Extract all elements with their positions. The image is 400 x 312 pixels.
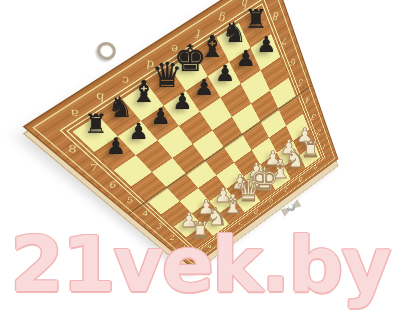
file-label: e [266, 197, 276, 205]
rank-label: 3 [153, 222, 165, 231]
metal-clasp-ball [288, 204, 295, 211]
rank-label: 6 [287, 55, 300, 69]
file-label: d [142, 55, 159, 72]
chess-board: 8877665544332211hhggffeeddccbbaa [23, 0, 339, 268]
file-label: f [281, 186, 291, 194]
hinge-ring-icon [95, 40, 119, 63]
rank-label: 4 [139, 210, 152, 219]
file-label: d [251, 208, 261, 216]
rank-label: 1 [178, 244, 189, 252]
rank-label: 7 [86, 162, 102, 174]
rank-label: 5 [123, 196, 137, 206]
file-label: e [166, 39, 182, 57]
rank-label: 7 [278, 32, 291, 48]
rank-label: 8 [64, 143, 81, 157]
file-label: g [214, 8, 230, 27]
rank-label: 1 [319, 141, 329, 150]
file-label: c [235, 219, 245, 227]
file-label: a [204, 242, 215, 250]
chess-set-photo: 8877665544332211hhggffeeddccbbaa ♜♞♝♛♚♝♞… [0, 0, 400, 312]
file-label: b [220, 231, 231, 239]
rank-label: 4 [302, 94, 314, 106]
rank-label: 2 [166, 234, 178, 243]
file-label: c [117, 72, 134, 89]
rank-label: 2 [314, 127, 324, 137]
file-label: h [237, 0, 252, 12]
rank-label: 3 [308, 111, 319, 122]
rank-label: 6 [105, 180, 120, 191]
rank-label: 8 [269, 6, 283, 23]
file-label: f [190, 24, 206, 42]
rank-label: 5 [295, 75, 307, 88]
file-label: h [310, 164, 320, 172]
file-label: g [296, 175, 306, 183]
file-label: b [92, 88, 109, 104]
file-label: a [66, 105, 84, 121]
